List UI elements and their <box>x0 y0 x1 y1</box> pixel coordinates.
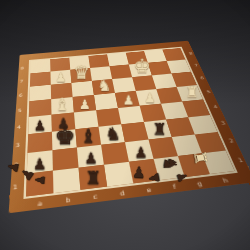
square-h5: ♜ <box>177 85 203 101</box>
square-b5: ♝ <box>51 97 74 115</box>
board-grid: ♟♛♚♞♝♟♟♟♜♟♟♚♝♞♜♟♟♟♜ <box>23 47 237 199</box>
black-knight: ♞ <box>105 126 121 143</box>
chess-board: ♟♛♚♞♝♟♟♟♜♟♟♚♝♞♜♟♟♟♜ abcdefgh 12345678 12… <box>9 41 250 213</box>
rank-label-r-2: 2 <box>228 137 235 143</box>
white-queen: ♛ <box>73 63 90 82</box>
square-c6 <box>71 81 93 97</box>
rank-label-r-1: 1 <box>236 156 243 163</box>
white-king: ♚ <box>133 57 150 76</box>
white-pawn: ♟ <box>79 98 91 111</box>
file-label-b: b <box>65 195 70 203</box>
rank-labels-left: 12345678 <box>12 61 24 198</box>
scene: ♟♛♚♞♝♟♟♟♜♟♟♚♝♞♜♟♟♟♜ abcdefgh 12345678 12… <box>0 0 250 250</box>
square-e4 <box>118 106 144 125</box>
rank-label-r-8: 8 <box>188 51 193 55</box>
white-pawn: ♟ <box>56 71 67 83</box>
file-label-e: e <box>146 186 152 194</box>
black-king: ♚ <box>54 125 75 148</box>
square-d5 <box>94 93 118 110</box>
rank-label-3: 3 <box>15 141 20 147</box>
file-label-a: a <box>37 199 42 207</box>
black-rook: ♜ <box>85 169 101 187</box>
black-pawn: ♟ <box>84 151 97 166</box>
board-frame: ♟♛♚♞♝♟♟♟♜♟♟♚♝♞♜♟♟♟♜ abcdefgh 12345678 12… <box>9 41 250 213</box>
square-c2: ♟ <box>77 145 104 168</box>
rank-label-7: 7 <box>20 78 24 83</box>
file-label-g: g <box>196 179 203 187</box>
square-a5 <box>29 99 52 117</box>
black-pawn: ♟ <box>134 145 147 160</box>
black-pawn: ♟ <box>34 119 46 133</box>
rank-label-r-6: 6 <box>199 75 204 80</box>
square-c3: ♝ <box>75 127 101 148</box>
rank-label-1: 1 <box>13 182 18 190</box>
square-c5: ♟ <box>73 95 96 112</box>
square-e5: ♟ <box>115 91 140 108</box>
rank-label-2: 2 <box>14 161 19 168</box>
rank-label-r-3: 3 <box>220 119 226 125</box>
white-pawn: ♟ <box>123 94 135 107</box>
file-label-h: h <box>222 176 229 184</box>
white-rook: ♜ <box>186 86 199 101</box>
file-label-d: d <box>119 189 125 197</box>
square-h3 <box>188 115 217 134</box>
white-pawn: ♟ <box>144 92 156 105</box>
rank-label-4: 4 <box>17 123 21 129</box>
square-a4: ♟ <box>28 115 52 134</box>
white-knight: ♞ <box>97 78 111 93</box>
black-bishop: ♝ <box>80 127 97 146</box>
rank-label-r-7: 7 <box>193 63 198 67</box>
rank-label-r-5: 5 <box>205 89 211 94</box>
white-bishop: ♝ <box>55 96 70 113</box>
rank-label-5: 5 <box>18 107 22 112</box>
photo-backdrop: ♟♛♚♞♝♟♟♟♜♟♟♚♝♞♜♟♟♟♜ abcdefgh 12345678 12… <box>0 0 250 250</box>
rank-label-r-4: 4 <box>212 103 218 108</box>
square-c7: ♛ <box>70 68 92 83</box>
rank-label-8: 8 <box>20 66 24 70</box>
black-rook: ♜ <box>153 122 168 138</box>
square-f7: ♚ <box>129 63 152 77</box>
square-a3 <box>28 132 53 153</box>
square-g2 <box>172 134 202 156</box>
file-label-c: c <box>93 192 98 200</box>
rank-label-6: 6 <box>19 92 23 97</box>
black-pawn: ♟ <box>33 156 47 171</box>
square-g3 <box>166 117 195 137</box>
square-a6 <box>29 85 51 101</box>
square-b3: ♚ <box>52 129 77 150</box>
file-label-f: f <box>172 183 177 191</box>
square-e2: ♟ <box>125 140 154 162</box>
